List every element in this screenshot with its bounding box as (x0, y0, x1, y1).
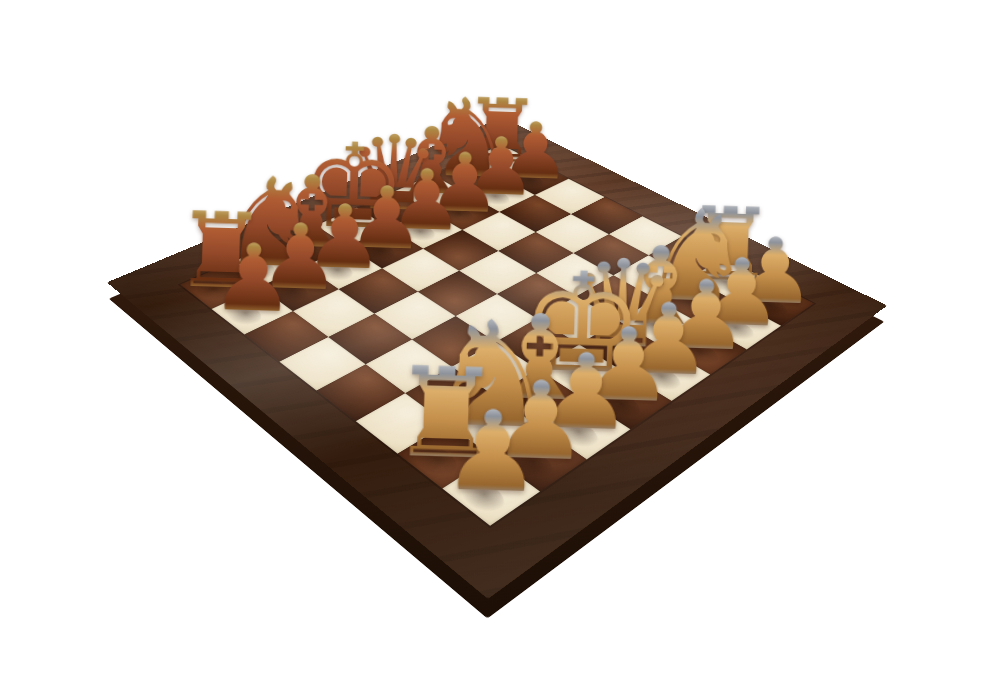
board-stage: ♜♟♜♟♞♟♞♟♝♟♝♟♛♟♛♟♚♟♚♟♝♟♝♟♞♟♞♟♜♟♜♟ (0, 0, 1000, 678)
chess-board: ♜♟♜♟♞♟♞♟♝♟♝♟♛♟♛♟♚♟♚♟♝♟♝♟♞♟♞♟♜♟♜♟ (107, 117, 887, 599)
product-photo-canvas: ♜♟♜♟♞♟♞♟♝♟♝♟♛♟♛♟♚♟♚♟♝♟♝♟♞♟♞♟♜♟♜♟ (0, 0, 1000, 678)
playing-area: ♜♟♜♟♞♟♞♟♝♟♝♟♛♟♛♟♚♟♚♟♝♟♝♟♞♟♞♟♜♟♜♟ (180, 145, 813, 526)
chess-scene: ♜♟♜♟♞♟♞♟♝♟♝♟♛♟♛♟♚♟♚♟♝♟♝♟♞♟♞♟♜♟♜♟ (213, 10, 781, 578)
square-h1[interactable]: ♟ (442, 457, 540, 526)
